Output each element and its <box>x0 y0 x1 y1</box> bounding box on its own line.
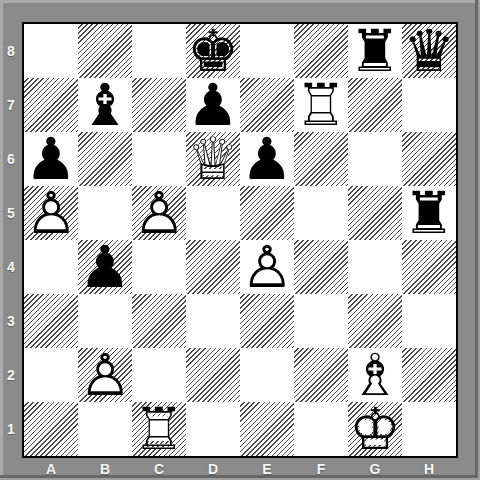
square-b6[interactable] <box>78 132 132 186</box>
piece-black-pawn: ♟ <box>78 240 132 294</box>
square-d7[interactable]: ♟ <box>186 78 240 132</box>
piece-white-pawn: ♙ <box>24 186 78 240</box>
file-label-d: D <box>186 458 240 480</box>
square-c6[interactable] <box>132 132 186 186</box>
piece-black-pawn: ♟ <box>186 78 240 132</box>
square-a5[interactable]: ♟♙ <box>24 186 78 240</box>
piece-white-king-fill: ♚ <box>348 402 402 456</box>
rank-label-3: 3 <box>0 294 22 348</box>
square-e6[interactable]: ♟ <box>240 132 294 186</box>
square-b5[interactable] <box>78 186 132 240</box>
square-c5[interactable]: ♟♙ <box>132 186 186 240</box>
square-a7[interactable] <box>24 78 78 132</box>
square-c2[interactable] <box>132 348 186 402</box>
square-h7[interactable] <box>402 78 456 132</box>
square-b8[interactable] <box>78 24 132 78</box>
rank-label-4: 4 <box>0 240 22 294</box>
square-f6[interactable] <box>294 132 348 186</box>
rank-label-8: 8 <box>0 24 22 78</box>
square-b4[interactable]: ♟ <box>78 240 132 294</box>
square-g5[interactable] <box>348 186 402 240</box>
piece-white-king: ♔ <box>348 402 402 456</box>
square-a3[interactable] <box>24 294 78 348</box>
rank-label-5: 5 <box>0 186 22 240</box>
piece-white-rook-fill: ♜ <box>132 402 186 456</box>
file-label-a: A <box>24 458 78 480</box>
square-f4[interactable] <box>294 240 348 294</box>
square-f7[interactable]: ♜♖ <box>294 78 348 132</box>
piece-white-pawn-fill: ♟ <box>240 240 294 294</box>
square-c1[interactable]: ♜♖ <box>132 402 186 456</box>
square-a4[interactable] <box>24 240 78 294</box>
square-f5[interactable] <box>294 186 348 240</box>
square-g2[interactable]: ♝♗ <box>348 348 402 402</box>
file-label-h: H <box>402 458 456 480</box>
file-label-g: G <box>348 458 402 480</box>
rank-label-7: 7 <box>0 78 22 132</box>
piece-white-rook: ♖ <box>132 402 186 456</box>
piece-white-pawn-fill: ♟ <box>24 186 78 240</box>
rank-label-6: 6 <box>0 132 22 186</box>
square-a6[interactable]: ♟ <box>24 132 78 186</box>
rank-label-1: 1 <box>0 402 22 456</box>
square-f1[interactable] <box>294 402 348 456</box>
piece-black-pawn: ♟ <box>240 132 294 186</box>
piece-white-bishop-fill: ♝ <box>348 348 402 402</box>
square-h3[interactable] <box>402 294 456 348</box>
piece-white-pawn: ♙ <box>240 240 294 294</box>
piece-white-bishop: ♗ <box>348 348 402 402</box>
square-d6[interactable]: ♛♕ <box>186 132 240 186</box>
piece-white-pawn: ♙ <box>132 186 186 240</box>
square-d4[interactable] <box>186 240 240 294</box>
square-b7[interactable]: ♝ <box>78 78 132 132</box>
square-b1[interactable] <box>78 402 132 456</box>
square-f8[interactable] <box>294 24 348 78</box>
chess-diagram-frame: ♚♜♛♝♟♜♖♟♛♕♟♟♙♟♙♜♟♟♙♟♙♝♗♜♖♚♔ 87654321ABCD… <box>0 0 480 480</box>
square-d8[interactable]: ♚ <box>186 24 240 78</box>
square-c8[interactable] <box>132 24 186 78</box>
square-g8[interactable]: ♜ <box>348 24 402 78</box>
square-f2[interactable] <box>294 348 348 402</box>
square-e4[interactable]: ♟♙ <box>240 240 294 294</box>
square-h4[interactable] <box>402 240 456 294</box>
piece-white-queen: ♕ <box>186 132 240 186</box>
piece-black-pawn: ♟ <box>24 132 78 186</box>
piece-white-pawn: ♙ <box>78 348 132 402</box>
file-label-e: E <box>240 458 294 480</box>
square-a2[interactable] <box>24 348 78 402</box>
square-h6[interactable] <box>402 132 456 186</box>
file-label-b: B <box>78 458 132 480</box>
square-h5[interactable]: ♜ <box>402 186 456 240</box>
piece-black-rook: ♜ <box>402 186 456 240</box>
square-h1[interactable] <box>402 402 456 456</box>
square-d3[interactable] <box>186 294 240 348</box>
piece-black-rook: ♜ <box>348 24 402 78</box>
piece-white-rook-fill: ♜ <box>294 78 348 132</box>
square-c4[interactable] <box>132 240 186 294</box>
piece-black-king: ♚ <box>186 24 240 78</box>
square-h2[interactable] <box>402 348 456 402</box>
file-label-f: F <box>294 458 348 480</box>
square-g4[interactable] <box>348 240 402 294</box>
square-e3[interactable] <box>240 294 294 348</box>
file-label-c: C <box>132 458 186 480</box>
square-b3[interactable] <box>78 294 132 348</box>
square-e1[interactable] <box>240 402 294 456</box>
square-b2[interactable]: ♟♙ <box>78 348 132 402</box>
square-d2[interactable] <box>186 348 240 402</box>
square-e2[interactable] <box>240 348 294 402</box>
square-g7[interactable] <box>348 78 402 132</box>
square-e7[interactable] <box>240 78 294 132</box>
square-a8[interactable] <box>24 24 78 78</box>
square-e5[interactable] <box>240 186 294 240</box>
square-d5[interactable] <box>186 186 240 240</box>
square-h8[interactable]: ♛ <box>402 24 456 78</box>
square-c3[interactable] <box>132 294 186 348</box>
piece-black-queen: ♛ <box>402 24 456 78</box>
piece-white-pawn-fill: ♟ <box>132 186 186 240</box>
chess-board: ♚♜♛♝♟♜♖♟♛♕♟♟♙♟♙♜♟♟♙♟♙♝♗♜♖♚♔ <box>22 22 458 458</box>
square-e8[interactable] <box>240 24 294 78</box>
piece-white-queen-fill: ♛ <box>186 132 240 186</box>
piece-white-rook: ♖ <box>294 78 348 132</box>
square-d1[interactable] <box>186 402 240 456</box>
rank-label-2: 2 <box>0 348 22 402</box>
square-g3[interactable] <box>348 294 402 348</box>
square-g6[interactable] <box>348 132 402 186</box>
piece-white-pawn-fill: ♟ <box>78 348 132 402</box>
square-g1[interactable]: ♚♔ <box>348 402 402 456</box>
square-f3[interactable] <box>294 294 348 348</box>
piece-black-bishop: ♝ <box>78 78 132 132</box>
square-a1[interactable] <box>24 402 78 456</box>
square-c7[interactable] <box>132 78 186 132</box>
